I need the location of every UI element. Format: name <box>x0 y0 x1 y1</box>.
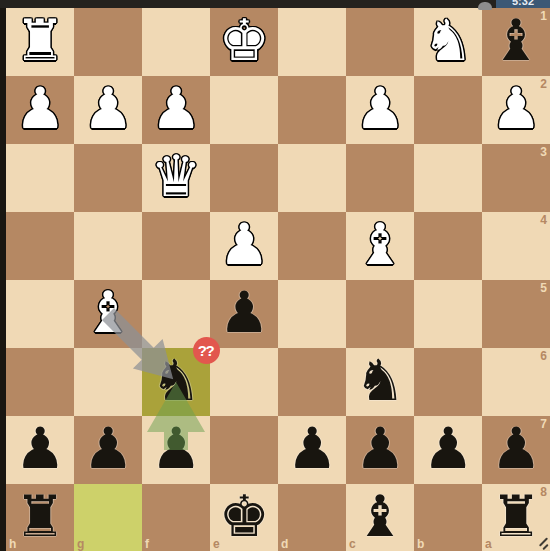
square-a2[interactable]: ♟2 <box>482 76 550 144</box>
square-h5[interactable] <box>6 280 74 348</box>
square-b1[interactable]: ♞ <box>414 8 482 76</box>
square-h1[interactable]: ♜ <box>6 8 74 76</box>
square-h4[interactable] <box>6 212 74 280</box>
piece-black-pawn-d7[interactable]: ♟ <box>278 416 346 484</box>
square-d2[interactable] <box>278 76 346 144</box>
square-d6[interactable] <box>278 348 346 416</box>
resize-handle-icon[interactable] <box>535 536 549 549</box>
piece-black-pawn-h7[interactable]: ♟ <box>6 416 74 484</box>
square-c5[interactable] <box>346 280 414 348</box>
square-b3[interactable] <box>414 144 482 212</box>
square-g3[interactable] <box>74 144 142 212</box>
square-e6[interactable] <box>210 348 278 416</box>
square-b8[interactable]: b <box>414 484 482 551</box>
square-d1[interactable] <box>278 8 346 76</box>
piece-white-pawn-g2[interactable]: ♟ <box>74 76 142 144</box>
square-h7[interactable]: ♟ <box>6 416 74 484</box>
square-e5[interactable]: ♟ <box>210 280 278 348</box>
square-g1[interactable] <box>74 8 142 76</box>
rank-label-2: 2 <box>540 77 547 91</box>
piece-black-king-e8[interactable]: ♚ <box>210 484 278 551</box>
square-f2[interactable]: ♟ <box>142 76 210 144</box>
square-d4[interactable] <box>278 212 346 280</box>
square-b2[interactable] <box>414 76 482 144</box>
square-c4[interactable]: ♝ <box>346 212 414 280</box>
top-bar: 5:32 <box>0 0 550 8</box>
file-label-a: a <box>485 537 492 551</box>
file-label-c: c <box>349 537 356 551</box>
square-g4[interactable] <box>74 212 142 280</box>
square-b5[interactable] <box>414 280 482 348</box>
piece-white-bishop-g5[interactable]: ♝ <box>74 280 142 348</box>
square-a4[interactable]: 4 <box>482 212 550 280</box>
square-e1[interactable]: ♚ <box>210 8 278 76</box>
square-f1[interactable] <box>142 8 210 76</box>
square-h8[interactable]: ♜h <box>6 484 74 551</box>
square-c2[interactable]: ♟ <box>346 76 414 144</box>
piece-white-pawn-e4[interactable]: ♟ <box>210 212 278 280</box>
square-a7[interactable]: ♟7 <box>482 416 550 484</box>
square-c8[interactable]: ♝c <box>346 484 414 551</box>
square-e4[interactable]: ♟ <box>210 212 278 280</box>
square-g2[interactable]: ♟ <box>74 76 142 144</box>
square-g8[interactable]: g <box>74 484 142 551</box>
piece-white-pawn-c2[interactable]: ♟ <box>346 76 414 144</box>
piece-black-pawn-b7[interactable]: ♟ <box>414 416 482 484</box>
piece-white-king-e1[interactable]: ♚ <box>210 8 278 76</box>
square-b4[interactable] <box>414 212 482 280</box>
square-a6[interactable]: 6 <box>482 348 550 416</box>
square-f7[interactable]: ♟ <box>142 416 210 484</box>
square-a5[interactable]: 5 <box>482 280 550 348</box>
rank-label-4: 4 <box>540 213 547 227</box>
square-e7[interactable] <box>210 416 278 484</box>
square-f8[interactable]: f <box>142 484 210 551</box>
piece-white-pawn-f2[interactable]: ♟ <box>142 76 210 144</box>
rank-label-5: 5 <box>540 281 547 295</box>
piece-white-knight-b1[interactable]: ♞ <box>414 8 482 76</box>
square-b7[interactable]: ♟ <box>414 416 482 484</box>
square-a3[interactable]: 3 <box>482 144 550 212</box>
rank-label-3: 3 <box>540 145 547 159</box>
square-d7[interactable]: ♟ <box>278 416 346 484</box>
piece-white-bishop-c4[interactable]: ♝ <box>346 212 414 280</box>
square-c3[interactable] <box>346 144 414 212</box>
square-e3[interactable] <box>210 144 278 212</box>
square-c1[interactable] <box>346 8 414 76</box>
clock-badge[interactable]: 5:32 <box>496 0 550 8</box>
square-g5[interactable]: ♝ <box>74 280 142 348</box>
square-b6[interactable] <box>414 348 482 416</box>
square-g7[interactable]: ♟ <box>74 416 142 484</box>
piece-black-pawn-e5[interactable]: ♟ <box>210 280 278 348</box>
file-label-b: b <box>417 537 424 551</box>
piece-white-pawn-h2[interactable]: ♟ <box>6 76 74 144</box>
piece-black-pawn-f7[interactable]: ♟ <box>142 416 210 484</box>
blunder-badge: ?? <box>193 337 220 364</box>
piece-black-knight-c6[interactable]: ♞ <box>346 348 414 416</box>
rank-label-7: 7 <box>540 417 547 431</box>
file-label-h: h <box>9 537 16 551</box>
clock-badge-text: 5:32 <box>496 0 550 7</box>
file-label-g: g <box>77 537 84 551</box>
chess-analysis-screenshot: 5:32 ♜♚♞♝1♟♟♟♟♟2♛3♟♝4♝♟5♞♞6♟♟♟♟♟♟♟7♜hgf♚… <box>0 0 550 551</box>
square-e2[interactable] <box>210 76 278 144</box>
piece-black-pawn-g7[interactable]: ♟ <box>74 416 142 484</box>
square-f3[interactable]: ♛ <box>142 144 210 212</box>
piece-white-queen-f3[interactable]: ♛ <box>142 144 210 212</box>
bell-icon[interactable] <box>478 2 492 10</box>
square-c6[interactable]: ♞ <box>346 348 414 416</box>
square-d8[interactable]: d <box>278 484 346 551</box>
square-d3[interactable] <box>278 144 346 212</box>
file-label-d: d <box>281 537 288 551</box>
square-a1[interactable]: ♝1 <box>482 8 550 76</box>
rank-label-1: 1 <box>540 9 547 23</box>
square-h6[interactable] <box>6 348 74 416</box>
chess-board[interactable]: ♜♚♞♝1♟♟♟♟♟2♛3♟♝4♝♟5♞♞6♟♟♟♟♟♟♟7♜hgf♚ed♝cb… <box>6 8 550 551</box>
file-label-f: f <box>145 537 149 551</box>
square-c7[interactable]: ♟ <box>346 416 414 484</box>
square-f4[interactable] <box>142 212 210 280</box>
piece-black-pawn-c7[interactable]: ♟ <box>346 416 414 484</box>
square-e8[interactable]: ♚e <box>210 484 278 551</box>
square-g6[interactable] <box>74 348 142 416</box>
file-label-e: e <box>213 537 220 551</box>
piece-white-rook-h1[interactable]: ♜ <box>6 8 74 76</box>
rank-label-6: 6 <box>540 349 547 363</box>
square-d5[interactable] <box>278 280 346 348</box>
rank-label-8: 8 <box>540 485 547 499</box>
piece-black-bishop-c8[interactable]: ♝ <box>346 484 414 551</box>
square-h2[interactable]: ♟ <box>6 76 74 144</box>
square-h3[interactable] <box>6 144 74 212</box>
